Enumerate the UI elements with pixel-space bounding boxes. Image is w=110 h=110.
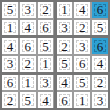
- cell-r5c2[interactable]: 1: [20, 75, 36, 91]
- cell-r1c2[interactable]: 3: [20, 2, 36, 18]
- cell-r3c2[interactable]: 6: [20, 38, 36, 54]
- cell-r1c5[interactable]: 4: [74, 2, 90, 18]
- cell-r6c1[interactable]: 2: [2, 92, 18, 108]
- cell-r2c1[interactable]: 1: [2, 20, 18, 36]
- cell-r1c4[interactable]: 1: [57, 2, 73, 18]
- box-r5-6-c4-6: 4 5 2 6 1 3: [57, 75, 109, 108]
- cell-r3c4[interactable]: 2: [57, 38, 73, 54]
- cell-r4c6[interactable]: 4: [92, 56, 108, 72]
- cell-r5c1[interactable]: 6: [2, 75, 18, 91]
- cell-r2c4[interactable]: 3: [57, 20, 73, 36]
- cell-r2c5[interactable]: 2: [74, 20, 90, 36]
- cell-r3c5[interactable]: 3: [74, 38, 90, 54]
- cell-r5c6[interactable]: 2: [92, 75, 108, 91]
- cell-r2c2[interactable]: 4: [20, 20, 36, 36]
- cell-r6c4[interactable]: 6: [57, 92, 73, 108]
- cell-r6c6[interactable]: 3: [92, 92, 108, 108]
- box-r5-6-c1-3: 6 1 3 2 5 4: [2, 75, 54, 108]
- cell-r6c2[interactable]: 5: [20, 92, 36, 108]
- cell-r3c6-selected[interactable]: 6: [92, 38, 108, 54]
- cell-r2c3[interactable]: 6: [38, 20, 54, 36]
- cell-r4c5[interactable]: 6: [74, 56, 90, 72]
- box-r3-4-c1-3: 4 6 5 3 2 1: [2, 38, 54, 71]
- cell-r4c1[interactable]: 3: [2, 56, 18, 72]
- cell-r4c2[interactable]: 2: [20, 56, 36, 72]
- cell-r3c3[interactable]: 5: [38, 38, 54, 54]
- cell-r5c3[interactable]: 3: [38, 75, 54, 91]
- cell-r2c6[interactable]: 5: [92, 20, 108, 36]
- cell-r4c4[interactable]: 5: [57, 56, 73, 72]
- cell-r6c3[interactable]: 4: [38, 92, 54, 108]
- sudoku-board: 5 3 2 1 4 6 1 4 6 3 2 5 4 6 5 3 2 1 2 3 …: [0, 0, 110, 110]
- cell-r6c5[interactable]: 1: [74, 92, 90, 108]
- cell-r1c6-selected[interactable]: 6: [92, 2, 108, 18]
- cell-r1c3[interactable]: 2: [38, 2, 54, 18]
- box-r1-2-c1-3: 5 3 2 1 4 6: [2, 2, 54, 35]
- box-r1-2-c4-6: 1 4 6 3 2 5: [57, 2, 109, 35]
- cell-r5c4[interactable]: 4: [57, 75, 73, 91]
- box-r3-4-c4-6: 2 3 6 5 6 4: [57, 38, 109, 71]
- cell-r3c1[interactable]: 4: [2, 38, 18, 54]
- cell-r4c3[interactable]: 1: [38, 56, 54, 72]
- cell-r1c1[interactable]: 5: [2, 2, 18, 18]
- cell-r5c5[interactable]: 5: [74, 75, 90, 91]
